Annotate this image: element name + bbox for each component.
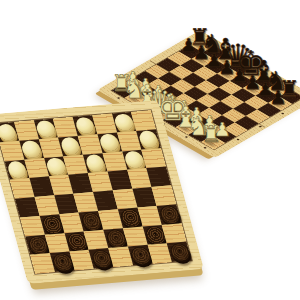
frame-pin <box>259 125 263 127</box>
checkers-square <box>162 223 187 243</box>
frame-pin <box>117 97 121 99</box>
checkers-square <box>131 110 156 130</box>
frame-pin <box>236 138 240 140</box>
checker-piece-light <box>138 130 160 148</box>
chess-piece-white-rook-icon: ♜ <box>201 123 222 146</box>
checkers-square <box>147 167 172 187</box>
checkers-square <box>141 148 166 168</box>
checkers-square <box>167 242 192 262</box>
frame-pin <box>203 147 207 149</box>
checker-piece-dark <box>168 243 191 262</box>
checker-piece-dark <box>158 205 181 224</box>
chess-piece-black-pawn-icon: ♟ <box>269 88 286 107</box>
checkers-square <box>152 185 177 205</box>
checkers-square <box>157 204 182 224</box>
checkers-grid <box>0 110 192 273</box>
checkers-square <box>136 129 161 149</box>
product-photo-scene: ♜♞♝♛♚♝♞♜♟♟♟♟♟♟♟♟♟♟♟♟♟♟♟♟♜♞♝♛♚♝♞♜ <box>0 0 300 300</box>
frame-pin <box>281 112 285 114</box>
